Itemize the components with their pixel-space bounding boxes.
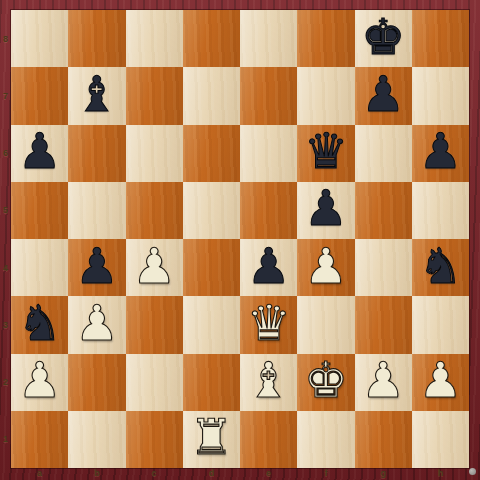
rank-label-5: 5 (0, 182, 11, 239)
file-label-e: e (240, 466, 297, 479)
square-b5[interactable] (68, 182, 125, 239)
square-g8[interactable]: ♚ (355, 10, 412, 67)
square-c8[interactable] (126, 10, 183, 67)
square-f3[interactable] (297, 296, 354, 353)
square-e5[interactable] (240, 182, 297, 239)
square-e4[interactable]: ♟ (240, 239, 297, 296)
rank-label-8: 8 (0, 10, 11, 67)
white-pawn-h2[interactable]: ♟ (418, 356, 462, 405)
square-a3[interactable]: ♞ (11, 296, 68, 353)
square-d2[interactable] (183, 354, 240, 411)
rank-label-7: 7 (0, 67, 11, 124)
white-pawn-c4[interactable]: ♟ (132, 242, 176, 291)
white-bishop-e2[interactable]: ♝ (247, 356, 291, 405)
square-b6[interactable] (68, 125, 125, 182)
square-e7[interactable] (240, 67, 297, 124)
white-king-f2[interactable]: ♚ (304, 356, 348, 405)
square-b1[interactable] (68, 411, 125, 468)
square-b4[interactable]: ♟ (68, 239, 125, 296)
square-f2[interactable]: ♚ (297, 354, 354, 411)
square-h3[interactable] (412, 296, 469, 353)
white-pawn-b3[interactable]: ♟ (75, 299, 119, 348)
square-g1[interactable] (355, 411, 412, 468)
black-king-g8[interactable]: ♚ (361, 13, 405, 62)
square-f4[interactable]: ♟ (297, 239, 354, 296)
black-bishop-b7[interactable]: ♝ (75, 70, 119, 119)
square-f5[interactable]: ♟ (297, 182, 354, 239)
white-pawn-f4[interactable]: ♟ (304, 242, 348, 291)
rank-label-6: 6 (0, 125, 11, 182)
square-e2[interactable]: ♝ (240, 354, 297, 411)
square-h5[interactable] (412, 182, 469, 239)
rank-label-2: 2 (0, 354, 11, 411)
square-a4[interactable] (11, 239, 68, 296)
square-d7[interactable] (183, 67, 240, 124)
square-a1[interactable] (11, 411, 68, 468)
square-g2[interactable]: ♟ (355, 354, 412, 411)
square-d3[interactable] (183, 296, 240, 353)
square-h8[interactable] (412, 10, 469, 67)
square-g7[interactable]: ♟ (355, 67, 412, 124)
square-c3[interactable] (126, 296, 183, 353)
chess-board: ♚♝♟♟♛♟♟♟♟♟♟♞♞♟♛♟♝♚♟♟♜ (11, 10, 469, 468)
square-g3[interactable] (355, 296, 412, 353)
square-h4[interactable]: ♞ (412, 239, 469, 296)
square-g6[interactable] (355, 125, 412, 182)
black-pawn-b4[interactable]: ♟ (75, 242, 119, 291)
square-b7[interactable]: ♝ (68, 67, 125, 124)
square-g5[interactable] (355, 182, 412, 239)
square-g4[interactable] (355, 239, 412, 296)
file-label-f: f (297, 466, 354, 479)
black-pawn-h6[interactable]: ♟ (418, 127, 462, 176)
square-d4[interactable] (183, 239, 240, 296)
file-label-b: b (68, 466, 125, 479)
square-c2[interactable] (126, 354, 183, 411)
square-e6[interactable] (240, 125, 297, 182)
square-a6[interactable]: ♟ (11, 125, 68, 182)
square-h2[interactable]: ♟ (412, 354, 469, 411)
square-f1[interactable] (297, 411, 354, 468)
white-queen-e3[interactable]: ♛ (247, 299, 291, 348)
square-c7[interactable] (126, 67, 183, 124)
file-label-h: h (412, 466, 469, 479)
white-rook-d1[interactable]: ♜ (189, 413, 233, 462)
square-a7[interactable] (11, 67, 68, 124)
rank-label-3: 3 (0, 296, 11, 353)
black-pawn-g7[interactable]: ♟ (361, 70, 405, 119)
white-pawn-a2[interactable]: ♟ (18, 356, 62, 405)
square-f8[interactable] (297, 10, 354, 67)
square-b8[interactable] (68, 10, 125, 67)
corner-dot (469, 468, 476, 475)
square-h6[interactable]: ♟ (412, 125, 469, 182)
file-label-a: a (11, 466, 68, 479)
square-h7[interactable] (412, 67, 469, 124)
rank-label-4: 4 (0, 239, 11, 296)
file-label-c: c (126, 466, 183, 479)
white-pawn-g2[interactable]: ♟ (361, 356, 405, 405)
black-pawn-e4[interactable]: ♟ (247, 242, 291, 291)
square-e8[interactable] (240, 10, 297, 67)
black-pawn-a6[interactable]: ♟ (18, 127, 62, 176)
black-queen-f6[interactable]: ♛ (304, 127, 348, 176)
square-h1[interactable] (412, 411, 469, 468)
black-knight-a3[interactable]: ♞ (18, 299, 62, 348)
square-b3[interactable]: ♟ (68, 296, 125, 353)
black-pawn-f5[interactable]: ♟ (304, 184, 348, 233)
square-e1[interactable] (240, 411, 297, 468)
file-label-g: g (355, 466, 412, 479)
chess-board-frame: ♚♝♟♟♛♟♟♟♟♟♟♞♞♟♛♟♝♚♟♟♜ 87654321abcdefgh (0, 0, 480, 480)
square-a5[interactable] (11, 182, 68, 239)
square-c5[interactable] (126, 182, 183, 239)
square-d6[interactable] (183, 125, 240, 182)
square-f6[interactable]: ♛ (297, 125, 354, 182)
rank-label-1: 1 (0, 411, 11, 468)
square-b2[interactable] (68, 354, 125, 411)
square-a2[interactable]: ♟ (11, 354, 68, 411)
square-a8[interactable] (11, 10, 68, 67)
square-c4[interactable]: ♟ (126, 239, 183, 296)
file-label-d: d (183, 466, 240, 479)
square-d1[interactable]: ♜ (183, 411, 240, 468)
black-knight-h4[interactable]: ♞ (418, 242, 462, 291)
square-c6[interactable] (126, 125, 183, 182)
square-e3[interactable]: ♛ (240, 296, 297, 353)
square-d5[interactable] (183, 182, 240, 239)
square-c1[interactable] (126, 411, 183, 468)
square-d8[interactable] (183, 10, 240, 67)
square-f7[interactable] (297, 67, 354, 124)
